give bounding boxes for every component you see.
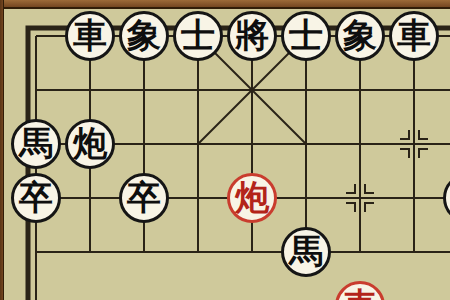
piece-black-chariot[interactable]: 車 [389,11,439,61]
piece-black-soldier[interactable]: 卒 [443,173,450,223]
piece-black-chariot[interactable]: 車 [65,11,115,61]
piece-red-chariot[interactable]: 車 [335,281,385,300]
piece-black-advisor[interactable]: 士 [173,11,223,61]
piece-black-horse[interactable]: 馬 [281,227,331,277]
piece-red-cannon[interactable]: 炮 [227,173,277,223]
piece-black-soldier[interactable]: 卒 [119,173,169,223]
piece-black-elephant[interactable]: 象 [335,11,385,61]
piece-black-cannon[interactable]: 炮 [65,119,115,169]
piece-black-general[interactable]: 將 [227,11,277,61]
piece-black-advisor[interactable]: 士 [281,11,331,61]
piece-black-elephant[interactable]: 象 [119,11,169,61]
piece-black-horse[interactable]: 馬 [11,119,61,169]
pieces-layer: 車象士將士象車馬炮卒卒炮卒馬車 [0,0,450,300]
xiangqi-board[interactable]: 車象士將士象車馬炮卒卒炮卒馬車 [0,0,450,300]
piece-black-soldier[interactable]: 卒 [11,173,61,223]
